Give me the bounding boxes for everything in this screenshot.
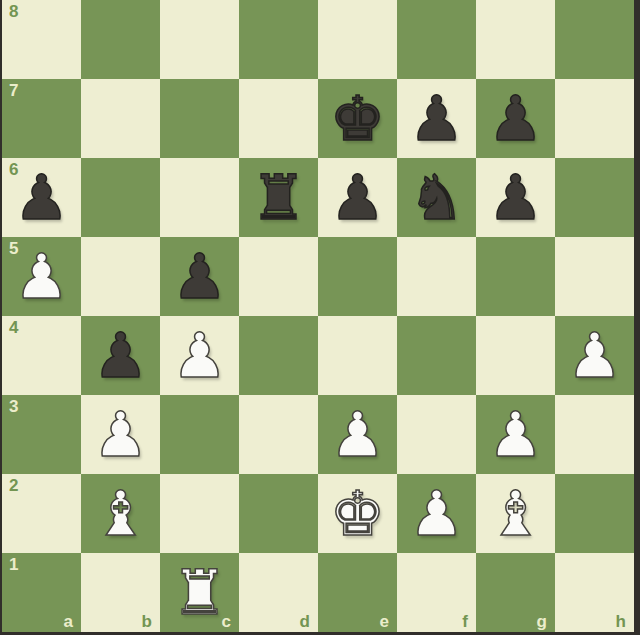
black-pawn-icon[interactable]: ♟ bbox=[81, 316, 160, 395]
square-f1[interactable]: f bbox=[397, 553, 476, 632]
file-label: b bbox=[142, 613, 152, 630]
square-d6[interactable]: ♜ bbox=[239, 158, 318, 237]
square-f2[interactable]: ♟ bbox=[397, 474, 476, 553]
rank-label: 3 bbox=[9, 398, 18, 415]
square-c5[interactable]: ♟ bbox=[160, 237, 239, 316]
file-label: a bbox=[64, 613, 73, 630]
black-rook-icon[interactable]: ♜ bbox=[239, 158, 318, 237]
white-pawn-icon[interactable]: ♟ bbox=[160, 316, 239, 395]
white-pawn-icon[interactable]: ♟ bbox=[318, 395, 397, 474]
square-c7[interactable] bbox=[160, 79, 239, 158]
square-a2[interactable]: 2 bbox=[2, 474, 81, 553]
square-e2[interactable]: ♚ bbox=[318, 474, 397, 553]
square-d3[interactable] bbox=[239, 395, 318, 474]
square-h1[interactable]: h bbox=[555, 553, 634, 632]
black-pawn-icon[interactable]: ♟ bbox=[160, 237, 239, 316]
square-f3[interactable] bbox=[397, 395, 476, 474]
square-g5[interactable] bbox=[476, 237, 555, 316]
square-a4[interactable]: 4 bbox=[2, 316, 81, 395]
white-pawn-icon[interactable]: ♟ bbox=[555, 316, 634, 395]
white-king-icon[interactable]: ♚ bbox=[318, 474, 397, 553]
square-f5[interactable] bbox=[397, 237, 476, 316]
white-pawn-icon[interactable]: ♟ bbox=[397, 474, 476, 553]
black-pawn-icon[interactable]: ♟ bbox=[2, 158, 81, 237]
square-c6[interactable] bbox=[160, 158, 239, 237]
square-b4[interactable]: ♟ bbox=[81, 316, 160, 395]
file-label: d bbox=[300, 613, 310, 630]
square-f7[interactable]: ♟ bbox=[397, 79, 476, 158]
square-c3[interactable] bbox=[160, 395, 239, 474]
square-h5[interactable] bbox=[555, 237, 634, 316]
white-pawn-icon[interactable]: ♟ bbox=[2, 237, 81, 316]
white-rook-icon[interactable]: ♜ bbox=[160, 553, 239, 632]
square-a7[interactable]: 7 bbox=[2, 79, 81, 158]
square-d5[interactable] bbox=[239, 237, 318, 316]
white-bishop-icon[interactable]: ♝ bbox=[81, 474, 160, 553]
square-h6[interactable] bbox=[555, 158, 634, 237]
white-pawn-icon[interactable]: ♟ bbox=[81, 395, 160, 474]
square-g7[interactable]: ♟ bbox=[476, 79, 555, 158]
black-pawn-icon[interactable]: ♟ bbox=[476, 158, 555, 237]
square-b6[interactable] bbox=[81, 158, 160, 237]
square-e8[interactable] bbox=[318, 0, 397, 79]
square-g6[interactable]: ♟ bbox=[476, 158, 555, 237]
rank-label: 7 bbox=[9, 82, 18, 99]
white-pawn-icon[interactable]: ♟ bbox=[476, 395, 555, 474]
file-label: h bbox=[616, 613, 626, 630]
square-e1[interactable]: e bbox=[318, 553, 397, 632]
square-c8[interactable] bbox=[160, 0, 239, 79]
square-e7[interactable]: ♚ bbox=[318, 79, 397, 158]
square-d7[interactable] bbox=[239, 79, 318, 158]
square-b1[interactable]: b bbox=[81, 553, 160, 632]
square-e4[interactable] bbox=[318, 316, 397, 395]
square-c1[interactable]: c♜ bbox=[160, 553, 239, 632]
black-knight-icon[interactable]: ♞ bbox=[397, 158, 476, 237]
rank-label: 8 bbox=[9, 3, 18, 20]
black-pawn-icon[interactable]: ♟ bbox=[476, 79, 555, 158]
square-h7[interactable] bbox=[555, 79, 634, 158]
square-c4[interactable]: ♟ bbox=[160, 316, 239, 395]
square-a1[interactable]: 1a bbox=[2, 553, 81, 632]
square-h4[interactable]: ♟ bbox=[555, 316, 634, 395]
square-b5[interactable] bbox=[81, 237, 160, 316]
square-a3[interactable]: 3 bbox=[2, 395, 81, 474]
square-f8[interactable] bbox=[397, 0, 476, 79]
file-label: e bbox=[380, 613, 389, 630]
square-d4[interactable] bbox=[239, 316, 318, 395]
square-a6[interactable]: 6♟ bbox=[2, 158, 81, 237]
square-h8[interactable] bbox=[555, 0, 634, 79]
square-g8[interactable] bbox=[476, 0, 555, 79]
rank-label: 4 bbox=[9, 319, 18, 336]
square-e6[interactable]: ♟ bbox=[318, 158, 397, 237]
square-g3[interactable]: ♟ bbox=[476, 395, 555, 474]
square-e3[interactable]: ♟ bbox=[318, 395, 397, 474]
square-a8[interactable]: 8 bbox=[2, 0, 81, 79]
square-g4[interactable] bbox=[476, 316, 555, 395]
black-pawn-icon[interactable]: ♟ bbox=[318, 158, 397, 237]
square-b8[interactable] bbox=[81, 0, 160, 79]
board-frame: { "game": "chess", "orientation": "white… bbox=[0, 0, 640, 635]
square-c2[interactable] bbox=[160, 474, 239, 553]
file-label: f bbox=[462, 613, 468, 630]
white-bishop-icon[interactable]: ♝ bbox=[476, 474, 555, 553]
square-a5[interactable]: 5♟ bbox=[2, 237, 81, 316]
square-f6[interactable]: ♞ bbox=[397, 158, 476, 237]
square-b2[interactable]: ♝ bbox=[81, 474, 160, 553]
square-g2[interactable]: ♝ bbox=[476, 474, 555, 553]
rank-label: 2 bbox=[9, 477, 18, 494]
square-g1[interactable]: g bbox=[476, 553, 555, 632]
square-h2[interactable] bbox=[555, 474, 634, 553]
square-d8[interactable] bbox=[239, 0, 318, 79]
square-e5[interactable] bbox=[318, 237, 397, 316]
black-pawn-icon[interactable]: ♟ bbox=[397, 79, 476, 158]
chess-board: 87♚♟♟6♟♜♟♞♟5♟♟4♟♟♟3♟♟♟2♝♚♟♝1abc♜defgh bbox=[2, 0, 634, 632]
square-d1[interactable]: d bbox=[239, 553, 318, 632]
black-king-icon[interactable]: ♚ bbox=[318, 79, 397, 158]
rank-label: 1 bbox=[9, 556, 18, 573]
square-h3[interactable] bbox=[555, 395, 634, 474]
square-f4[interactable] bbox=[397, 316, 476, 395]
square-b7[interactable] bbox=[81, 79, 160, 158]
file-label: g bbox=[537, 613, 547, 630]
square-d2[interactable] bbox=[239, 474, 318, 553]
square-b3[interactable]: ♟ bbox=[81, 395, 160, 474]
